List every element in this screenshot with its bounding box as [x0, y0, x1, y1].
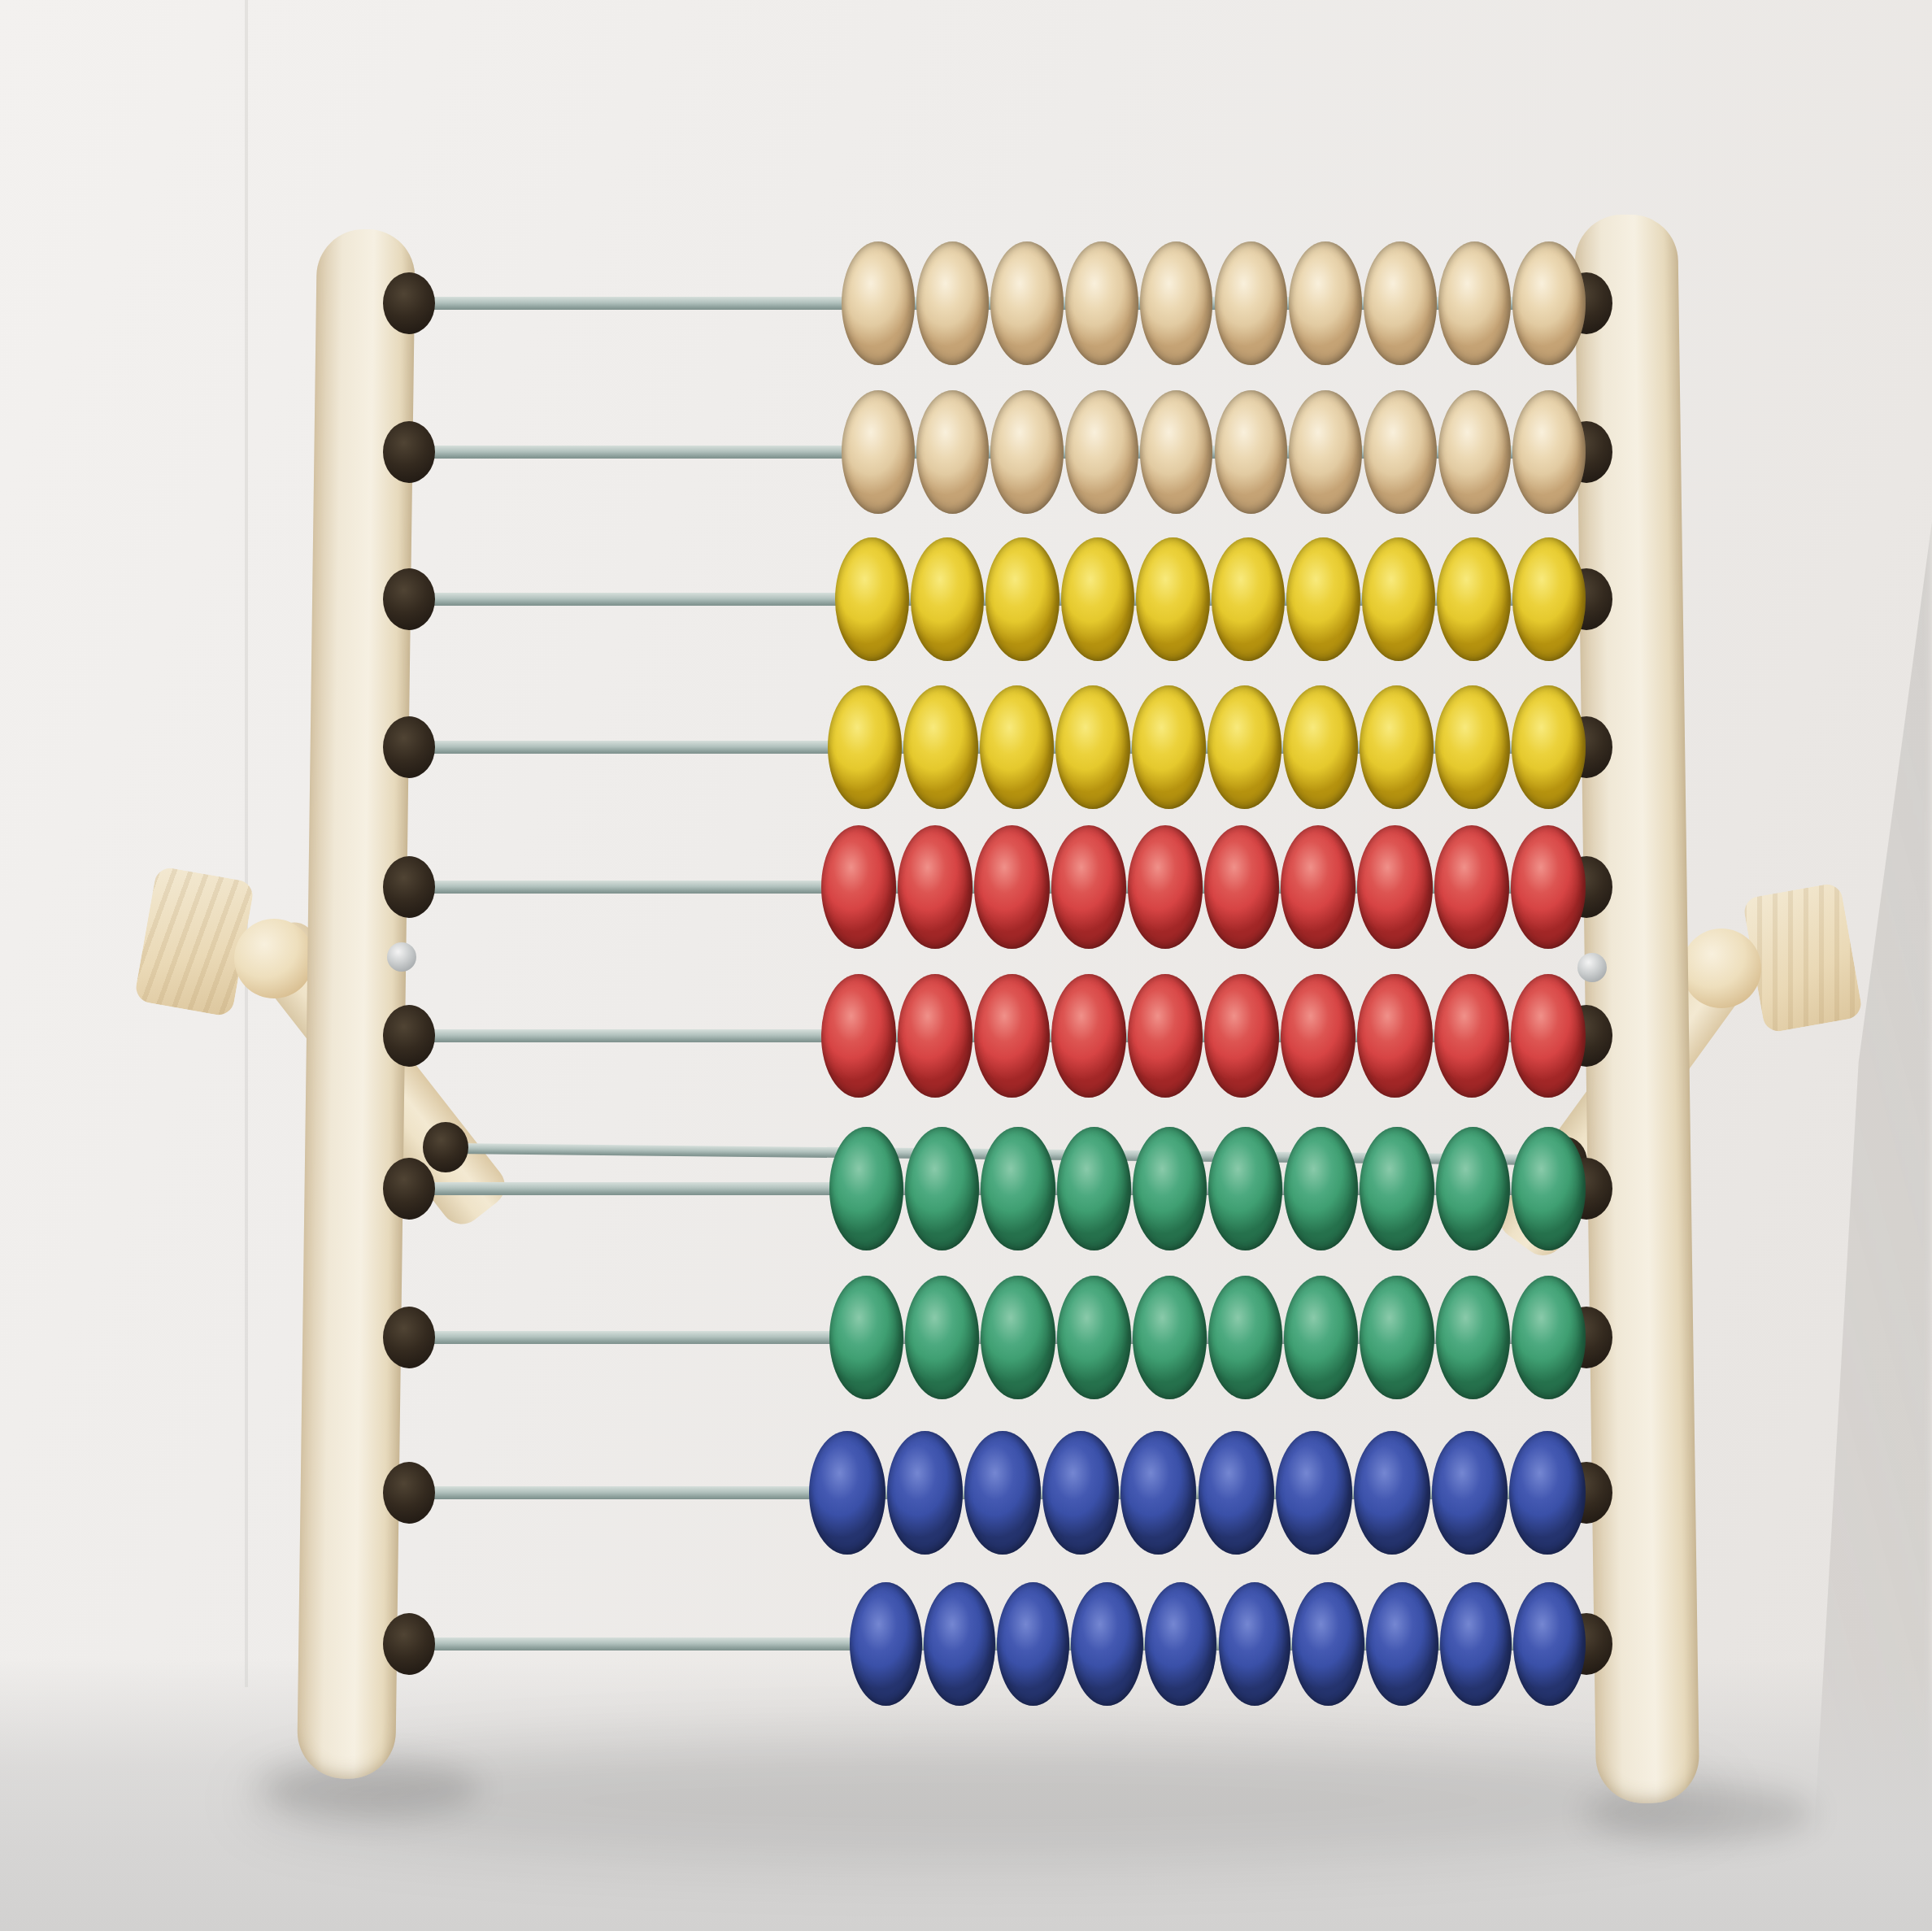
bead[interactable]: [980, 685, 1054, 809]
bead[interactable]: [1051, 825, 1126, 949]
bead[interactable]: [997, 1582, 1069, 1706]
bead[interactable]: [829, 1127, 903, 1250]
bead[interactable]: [1204, 825, 1279, 949]
left-post-screw: [387, 942, 416, 972]
bead[interactable]: [1357, 825, 1432, 949]
bead[interactable]: [1071, 1582, 1143, 1706]
rod-eyelet-left-row-2: [383, 421, 435, 483]
bead[interactable]: [850, 1582, 922, 1706]
bead[interactable]: [1511, 974, 1586, 1098]
bead[interactable]: [916, 241, 990, 365]
right-leg-ball-pivot: [1682, 929, 1761, 1008]
bead[interactable]: [981, 1276, 1055, 1399]
bead[interactable]: [898, 825, 973, 949]
left-leg-ball-pivot: [234, 919, 314, 998]
bead[interactable]: [1207, 685, 1281, 809]
bead[interactable]: [1208, 1127, 1282, 1250]
bead[interactable]: [974, 825, 1049, 949]
bead[interactable]: [1366, 1582, 1438, 1706]
abacus-photo-scene: [0, 0, 1932, 1931]
right-post-screw: [1577, 953, 1607, 982]
bead[interactable]: [981, 1127, 1055, 1250]
bead[interactable]: [1512, 1276, 1586, 1399]
bead[interactable]: [1065, 390, 1138, 514]
rod-eyelet-left-row-7: [383, 1158, 435, 1220]
bead[interactable]: [1204, 974, 1279, 1098]
bead[interactable]: [1061, 537, 1135, 661]
bead[interactable]: [842, 241, 915, 365]
bead[interactable]: [1440, 1582, 1512, 1706]
rod-eyelet-left-row-4: [383, 716, 435, 778]
bead[interactable]: [1364, 390, 1437, 514]
wall-corner-seam-left: [245, 0, 248, 1687]
bead[interactable]: [1509, 1431, 1586, 1555]
bead[interactable]: [1199, 1431, 1275, 1555]
bead[interactable]: [974, 974, 1049, 1098]
bead[interactable]: [903, 685, 977, 809]
bead[interactable]: [1145, 1582, 1217, 1706]
bead[interactable]: [1438, 241, 1512, 365]
bead[interactable]: [1128, 825, 1203, 949]
bead[interactable]: [1283, 685, 1357, 809]
rod-eyelet-left-row-10: [383, 1613, 435, 1675]
rod-eyelet-left-row-5: [383, 856, 435, 918]
bead[interactable]: [1055, 685, 1129, 809]
bead[interactable]: [1215, 390, 1288, 514]
bead[interactable]: [916, 390, 990, 514]
bead[interactable]: [1292, 1582, 1364, 1706]
bead[interactable]: [1513, 1582, 1586, 1706]
bead[interactable]: [1357, 974, 1432, 1098]
rod-eyelet-left-row-3: [383, 568, 435, 630]
bead[interactable]: [1437, 537, 1511, 661]
bead[interactable]: [1289, 390, 1362, 514]
bead[interactable]: [1436, 1276, 1510, 1399]
bead[interactable]: [1132, 685, 1206, 809]
bead[interactable]: [1215, 241, 1288, 365]
bead[interactable]: [1511, 825, 1586, 949]
bead[interactable]: [1286, 537, 1360, 661]
bead[interactable]: [1364, 241, 1437, 365]
rod-eyelet-left-row-1: [383, 272, 435, 334]
bead[interactable]: [821, 974, 896, 1098]
bead[interactable]: [1136, 537, 1210, 661]
bead[interactable]: [1120, 1431, 1197, 1555]
bead[interactable]: [1512, 685, 1586, 809]
bead[interactable]: [1432, 1431, 1508, 1555]
bead[interactable]: [1434, 974, 1509, 1098]
bead[interactable]: [887, 1431, 964, 1555]
bead[interactable]: [1360, 685, 1434, 809]
bead[interactable]: [1284, 1127, 1358, 1250]
bead[interactable]: [1354, 1431, 1430, 1555]
bead[interactable]: [1057, 1276, 1131, 1399]
bead[interactable]: [1360, 1127, 1434, 1250]
rod-eyelet-left-row-6: [383, 1005, 435, 1067]
bead[interactable]: [1051, 974, 1126, 1098]
bead[interactable]: [1133, 1127, 1207, 1250]
bead[interactable]: [924, 1582, 996, 1706]
bead[interactable]: [1208, 1276, 1282, 1399]
bead[interactable]: [990, 390, 1064, 514]
bead[interactable]: [1219, 1582, 1291, 1706]
bead[interactable]: [1065, 241, 1138, 365]
bead[interactable]: [898, 974, 973, 1098]
bead[interactable]: [809, 1431, 885, 1555]
bead[interactable]: [829, 1276, 903, 1399]
bead[interactable]: [1140, 390, 1213, 514]
left-leg-tie-rod-eyelet: [423, 1122, 468, 1172]
bead[interactable]: [1512, 390, 1586, 514]
bead[interactable]: [1435, 685, 1509, 809]
rod-eyelet-left-row-8: [383, 1307, 435, 1368]
bead[interactable]: [1434, 825, 1509, 949]
bead[interactable]: [986, 537, 1060, 661]
bead[interactable]: [1276, 1431, 1352, 1555]
bead[interactable]: [1140, 241, 1213, 365]
bead[interactable]: [905, 1127, 979, 1250]
bead[interactable]: [990, 241, 1064, 365]
bead[interactable]: [1133, 1276, 1207, 1399]
rod-eyelet-left-row-9: [383, 1462, 435, 1524]
bead[interactable]: [911, 537, 985, 661]
bead[interactable]: [1512, 537, 1586, 661]
bead[interactable]: [1284, 1276, 1358, 1399]
bead[interactable]: [1281, 825, 1355, 949]
bead[interactable]: [964, 1431, 1041, 1555]
bead[interactable]: [1128, 974, 1203, 1098]
bead[interactable]: [1212, 537, 1286, 661]
bead[interactable]: [821, 825, 896, 949]
bead[interactable]: [1512, 241, 1586, 365]
bead[interactable]: [1042, 1431, 1119, 1555]
bead[interactable]: [1362, 537, 1436, 661]
bead[interactable]: [1436, 1127, 1510, 1250]
bead[interactable]: [835, 537, 909, 661]
bead[interactable]: [1438, 390, 1512, 514]
bead[interactable]: [842, 390, 915, 514]
bead[interactable]: [1281, 974, 1355, 1098]
bead[interactable]: [1512, 1127, 1586, 1250]
bead[interactable]: [1289, 241, 1362, 365]
bead[interactable]: [828, 685, 902, 809]
bead[interactable]: [1360, 1276, 1434, 1399]
bead[interactable]: [1057, 1127, 1131, 1250]
bead[interactable]: [905, 1276, 979, 1399]
